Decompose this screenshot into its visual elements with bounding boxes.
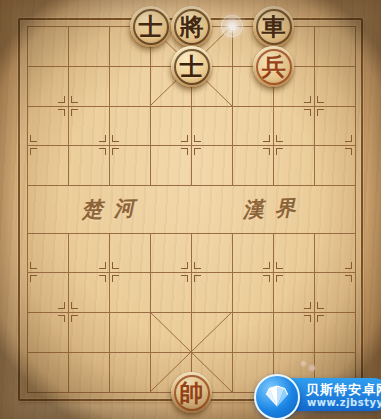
watermark-url: www.zjbstyy.com [307,397,381,408]
sparkle-dot [301,361,306,366]
piece-red-general-e1[interactable]: 帥 [171,372,212,413]
xiangqi-app: 楚河 漢界 士將車士兵帥 贝斯特安卓网 www.zjbstyy.com [0,0,381,419]
piece-layer: 士將車士兵帥 [0,0,381,419]
watermark-badge [254,374,300,419]
sparkle-dot [309,365,315,371]
move-highlight-sparkle [217,11,247,41]
piece-black-general-e10[interactable]: 將 [171,6,212,47]
piece-black-chariot-g10[interactable]: 車 [253,6,294,47]
piece-black-advisor-e9[interactable]: 士 [171,46,212,87]
gem-shell-icon [264,385,290,409]
piece-black-advisor-d10[interactable]: 士 [130,6,171,47]
piece-red-soldier-g9[interactable]: 兵 [253,46,294,87]
